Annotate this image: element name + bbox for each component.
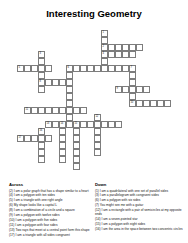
grid-cell[interactable] [52, 107, 59, 114]
grid-cell[interactable] [59, 128, 66, 135]
grid-cell[interactable] [101, 58, 108, 65]
grid-cell[interactable]: 6 [66, 65, 73, 72]
grid-cell[interactable] [101, 37, 108, 44]
grid-cell[interactable] [164, 100, 171, 107]
grid-cell[interactable] [87, 121, 94, 128]
cell-number: 10 [130, 101, 133, 104]
grid-cell[interactable] [129, 51, 136, 58]
grid-cell[interactable] [38, 72, 45, 79]
grid-cell[interactable] [94, 149, 101, 156]
grid-cell[interactable] [66, 72, 73, 79]
grid-cell[interactable] [38, 107, 45, 114]
grid-cell[interactable] [80, 65, 87, 72]
cell-number: 8 [39, 80, 40, 83]
grid-cell[interactable] [73, 163, 80, 170]
grid-cell[interactable] [59, 156, 66, 163]
grid-cell[interactable]: 14 [59, 121, 66, 128]
grid-cell[interactable] [94, 65, 101, 72]
grid-cell[interactable] [129, 79, 136, 86]
cell-number: 7 [130, 66, 131, 69]
grid-cell[interactable] [38, 135, 45, 142]
grid-cell[interactable] [52, 79, 59, 86]
grid-cell[interactable] [101, 121, 108, 128]
grid-cell[interactable] [59, 135, 66, 142]
clue-line: (7) You might see me with a guitar [95, 203, 185, 207]
cell-number: 17 [18, 136, 21, 139]
grid-cell[interactable]: 13 [45, 121, 52, 128]
crossword-grid: 1234567891011121314151617 [17, 30, 171, 170]
clue-line: (11) I am a polygon with four sides [9, 223, 93, 227]
grid-cell[interactable]: 11 [24, 107, 31, 114]
grid-cell[interactable] [129, 44, 136, 51]
grid-cell[interactable] [45, 79, 52, 86]
clue-line: (9) I am a polygon with twelve sides [9, 213, 93, 217]
across-list: (2) I am a polar graph that has a shape … [9, 189, 93, 237]
grid-cell[interactable]: 8 [38, 79, 45, 86]
grid-cell[interactable] [115, 65, 122, 72]
grid-cell[interactable] [129, 72, 136, 79]
grid-cell[interactable] [129, 86, 136, 93]
grid-cell[interactable] [108, 121, 115, 128]
grid-cell[interactable] [122, 86, 129, 93]
grid-cell[interactable]: 15 [73, 121, 80, 128]
clue-line: (5) I am a triangle with one right angle [9, 198, 93, 202]
cell-number: 14 [60, 122, 63, 125]
clue-line: (8) I am a combination of a circle and a… [9, 208, 93, 212]
grid-cell[interactable]: 5 [17, 65, 24, 72]
grid-cell[interactable] [73, 135, 80, 142]
clue-line: (2) I am a polar graph that has a shape … [9, 189, 93, 193]
grid-cell[interactable] [129, 93, 136, 100]
grid-cell[interactable] [52, 121, 59, 128]
grid-cell[interactable] [38, 142, 45, 149]
clue-line: (14) I am a seven-pointed star [95, 217, 185, 221]
clue-line: (13) Two rays that meet at a central poi… [9, 228, 93, 232]
grid-cell[interactable] [122, 51, 129, 58]
down-list: (1) I am a quadrilateral with one set of… [95, 189, 185, 232]
cell-number: 4 [102, 52, 103, 55]
grid-cell[interactable]: 9 [115, 86, 122, 93]
grid-cell[interactable] [80, 107, 87, 114]
grid-cell[interactable] [136, 100, 143, 107]
grid-cell[interactable] [108, 65, 115, 72]
grid-cell[interactable] [73, 65, 80, 72]
grid-cell[interactable] [38, 156, 45, 163]
grid-cell[interactable] [38, 149, 45, 156]
grid-cell[interactable] [87, 65, 94, 72]
grid-cell[interactable] [80, 121, 87, 128]
down-header: Down [95, 182, 185, 187]
grid-cell[interactable] [45, 135, 52, 142]
grid-cell[interactable] [136, 44, 143, 51]
grid-cell[interactable] [59, 79, 66, 86]
grid-cell[interactable] [66, 121, 73, 128]
grid-cell[interactable] [115, 51, 122, 58]
puzzle-title: Interesting Geometry [0, 8, 188, 19]
clue-line: (3) I am a parallelogram with congruent … [95, 193, 185, 197]
grid-cell[interactable] [66, 100, 73, 107]
clue-line: (12) I am a rectangle with a pair of sem… [95, 208, 185, 217]
grid-cell[interactable] [31, 135, 38, 142]
grid-cell[interactable] [45, 65, 52, 72]
cell-number: 11 [25, 108, 28, 111]
grid-cell[interactable] [45, 107, 52, 114]
across-header: Across [9, 182, 93, 187]
cell-number: 2 [102, 45, 103, 48]
clue-line: (4) I am a polygon with ten sides [9, 193, 93, 197]
cell-number: 3 [39, 52, 40, 55]
grid-cell[interactable] [38, 86, 45, 93]
grid-cell[interactable]: 1 [101, 30, 108, 37]
grid-cell[interactable] [73, 156, 80, 163]
grid-cell[interactable] [122, 44, 129, 51]
clue-line: (6) I am a polygon with six sides [95, 198, 185, 202]
grid-cell[interactable] [94, 142, 101, 149]
grid-cell[interactable]: 4 [101, 51, 108, 58]
grid-cell[interactable] [94, 128, 101, 135]
grid-cell[interactable] [115, 44, 122, 51]
grid-cell[interactable] [101, 65, 108, 72]
grid-cell[interactable] [115, 121, 122, 128]
grid-cell[interactable] [94, 121, 101, 128]
grid-cell[interactable] [59, 107, 66, 114]
clue-line: (6) My shape looks like a capital L [9, 203, 93, 207]
grid-cell[interactable] [108, 44, 115, 51]
grid-cell[interactable]: 3 [38, 51, 45, 58]
grid-cell[interactable] [66, 86, 73, 93]
grid-cell[interactable] [38, 65, 45, 72]
grid-cell[interactable] [66, 79, 73, 86]
grid-cell[interactable]: 16 [38, 128, 45, 135]
cell-number: 6 [67, 66, 68, 69]
cell-number: 13 [46, 122, 49, 125]
grid-cell[interactable]: 17 [17, 135, 24, 142]
grid-cell[interactable] [143, 100, 150, 107]
clue-line: (1) I am a quadrilateral with one set of… [95, 189, 185, 193]
clue-line: (15) I am a polygon with eight sides [95, 222, 185, 226]
grid-cell[interactable]: 10 [129, 100, 136, 107]
grid-cell[interactable] [38, 58, 45, 65]
grid-cell[interactable] [66, 107, 73, 114]
grid-cell[interactable] [31, 65, 38, 72]
grid-cell[interactable] [66, 93, 73, 100]
grid-cell[interactable] [143, 86, 150, 93]
grid-cell[interactable] [73, 128, 80, 135]
grid-cell[interactable] [122, 65, 129, 72]
across-clues: Across (2) I am a polar graph that has a… [9, 182, 93, 238]
grid-cell[interactable] [24, 65, 31, 72]
grid-cell[interactable]: 7 [129, 65, 136, 72]
grid-cell[interactable] [150, 100, 157, 107]
grid-cell[interactable] [73, 149, 80, 156]
grid-cell[interactable]: 12 [94, 114, 101, 121]
grid-cell[interactable] [94, 135, 101, 142]
cell-number: 16 [39, 129, 42, 132]
down-clues: Down (1) I am a quadrilateral with one s… [95, 182, 185, 232]
grid-cell[interactable] [73, 142, 80, 149]
cell-number: 1 [102, 31, 103, 34]
grid-cell[interactable] [59, 142, 66, 149]
grid-cell[interactable] [31, 107, 38, 114]
cell-number: 12 [95, 115, 98, 118]
grid-cell[interactable] [136, 86, 143, 93]
grid-cell[interactable] [157, 100, 164, 107]
clue-line: (16) I am the area in the space between … [95, 227, 185, 231]
cell-number: 5 [18, 66, 19, 69]
grid-cell[interactable]: 2 [101, 44, 108, 51]
cell-number: 9 [116, 87, 117, 90]
grid-cell[interactable] [59, 149, 66, 156]
clue-line: (10) I am a polygon with five sides [9, 218, 93, 222]
grid-cell[interactable] [24, 135, 31, 142]
grid-cell[interactable] [108, 51, 115, 58]
clue-line: (17) I am a triangle with all sides cong… [9, 233, 93, 237]
grid-cell[interactable] [73, 107, 80, 114]
grid-cell[interactable] [66, 114, 73, 121]
cell-number: 15 [74, 122, 77, 125]
